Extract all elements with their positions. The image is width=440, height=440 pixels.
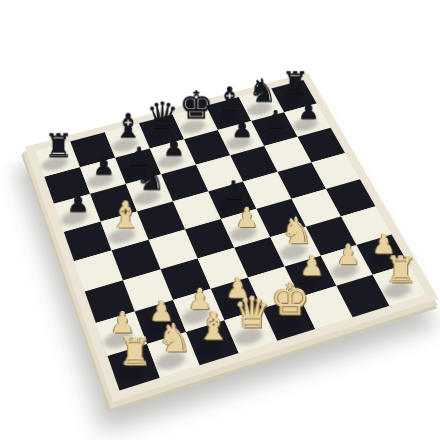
board-grid: ♜♝♛♚♝♞♜♟♟♟♟♟♟♟♞♝♟♟♞♟♟♟♟♟♟♟♜♞♝♛♚♜ [35,80,426,390]
board-frame: ♜♝♛♚♝♞♜♟♟♟♟♟♟♟♞♝♟♟♞♟♟♟♟♟♟♟♜♞♝♛♚♜ [25,73,439,402]
square-a1[interactable]: ♜ [107,344,159,390]
piece-black-pawn-f7[interactable]: ♟ [220,93,264,140]
piece-white-pawn-e4[interactable]: ♟ [224,181,270,231]
piece-white-bishop-b5[interactable]: ♝ [102,183,148,233]
piece-black-rook-a8[interactable]: ♜ [36,114,80,162]
photo-background: ♜♝♛♚♝♞♜♟♟♟♟♟♟♟♞♝♟♟♞♟♟♟♟♟♟♟♜♞♝♛♚♜ [0,0,440,440]
square-h1[interactable]: ♜ [373,264,426,306]
piece-white-rook-a1[interactable]: ♜ [109,315,160,370]
piece-black-pawn-a6[interactable]: ♟ [55,166,101,216]
piece-white-rook-h1[interactable]: ♜ [377,235,425,287]
chess-board: ♜♝♛♚♝♞♜♟♟♟♟♟♟♟♞♝♟♟♞♟♟♟♟♟♟♟♜♞♝♛♚♜ [25,73,439,402]
